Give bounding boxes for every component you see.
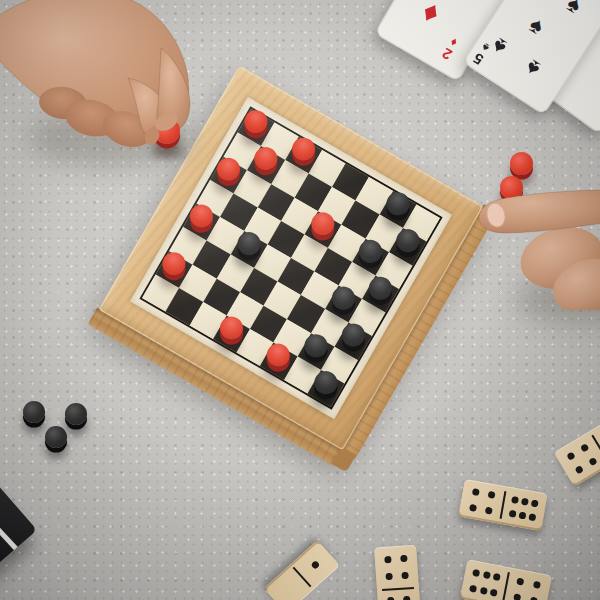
domino-half-6 [500, 486, 548, 531]
scene: ♥ ♥ ♦ 2 ♦ ♠ ♠ ♠ ♠ ♠ 5 ♠ [0, 0, 600, 600]
domino-pip [513, 593, 521, 600]
domino-pip [508, 510, 516, 518]
domino-pip [482, 571, 490, 579]
domino-pip [518, 512, 526, 520]
domino-pip [472, 569, 480, 577]
domino-half-6 [460, 559, 510, 600]
domino-pip [528, 513, 536, 521]
box-white-stripe [0, 444, 18, 550]
loose-black-piece[interactable] [65, 403, 87, 425]
domino-pip [489, 588, 497, 596]
black-card-box[interactable] [0, 424, 37, 600]
domino-pip [310, 560, 320, 570]
domino-pip [566, 451, 576, 461]
spade-pip: ♠ [525, 13, 548, 39]
domino-pip [574, 465, 584, 475]
domino-pip [401, 555, 408, 562]
domino-pip [471, 488, 479, 496]
domino-pip [589, 457, 599, 467]
domino-4-6[interactable] [458, 479, 547, 531]
domino-pip [385, 573, 392, 580]
spade-pip: ♠ [563, 0, 586, 17]
domino-pip [521, 497, 529, 505]
right-hand [460, 170, 600, 310]
loose-black-piece[interactable] [45, 426, 67, 448]
domino-pip [485, 506, 493, 514]
domino-pip [384, 556, 391, 563]
spade-pip: ♠ [521, 55, 544, 81]
domino-pip [531, 499, 539, 507]
domino-top-right[interactable] [554, 409, 600, 487]
domino-half-4 [554, 431, 600, 487]
card-index: 2 ♦ [440, 35, 461, 63]
domino-vertical-4-6[interactable] [374, 545, 422, 600]
loose-black-piece[interactable] [23, 401, 45, 423]
diamond-pip: ♦ [416, 0, 444, 31]
card-suit: ♦ [447, 35, 460, 50]
domino-half-4 [502, 567, 552, 600]
domino-half-4 [374, 545, 419, 591]
domino-pip [402, 572, 409, 579]
domino-pip [580, 443, 590, 453]
domino-pip [530, 596, 538, 600]
domino-pip [469, 503, 477, 511]
domino-pip [488, 491, 496, 499]
domino-pip [533, 581, 541, 589]
domino-pip [479, 586, 487, 594]
domino-pip [492, 573, 500, 581]
domino-half-4 [458, 479, 506, 524]
domino-edge[interactable] [264, 540, 340, 600]
domino-pip [469, 584, 477, 592]
domino-half-6 [377, 588, 422, 600]
domino-pip [516, 578, 524, 586]
domino-pip [511, 496, 519, 504]
domino-6-4[interactable] [460, 559, 552, 600]
spade-pip: ♠ [488, 34, 511, 60]
left-fingertips [0, 0, 250, 200]
domino-pip [403, 596, 410, 600]
